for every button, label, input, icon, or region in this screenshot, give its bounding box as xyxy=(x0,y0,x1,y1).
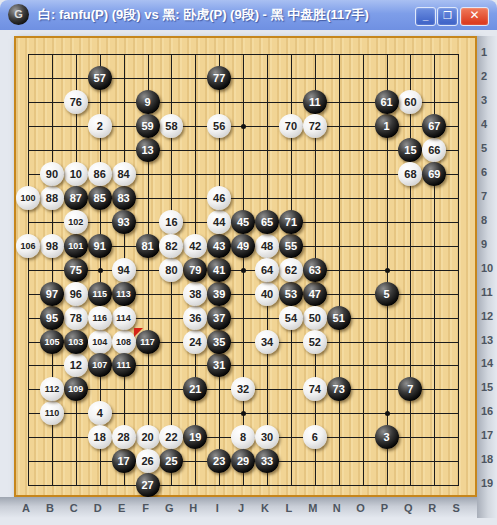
stone-move-48: 48 xyxy=(255,234,279,258)
col-label-K: K xyxy=(258,502,272,514)
stone-move-76: 76 xyxy=(64,90,88,114)
stone-move-5: 5 xyxy=(375,282,399,306)
stone-move-12: 12 xyxy=(64,353,88,377)
move-number: 76 xyxy=(70,96,82,108)
stone-move-108: 108 xyxy=(112,330,136,354)
stone-move-17: 17 xyxy=(112,449,136,473)
stone-move-49: 49 xyxy=(231,234,255,258)
move-number: 30 xyxy=(261,431,273,443)
stone-move-65: 65 xyxy=(255,210,279,234)
move-number: 49 xyxy=(237,240,249,252)
stone-move-107: 107 xyxy=(88,353,112,377)
stone-move-100: 100 xyxy=(16,186,40,210)
star-point xyxy=(241,411,246,416)
move-number: 95 xyxy=(46,312,58,324)
move-number: 28 xyxy=(117,431,129,443)
move-number: 79 xyxy=(189,264,201,276)
row-label-19: 19 xyxy=(481,477,493,489)
stone-move-11: 11 xyxy=(303,90,327,114)
move-number: 23 xyxy=(213,455,225,467)
grid-line-horizontal xyxy=(28,485,459,486)
stone-move-67: 67 xyxy=(422,114,446,138)
minimize-button[interactable]: _ xyxy=(415,7,436,26)
grid-line-vertical xyxy=(410,54,411,486)
row-label-3: 3 xyxy=(481,94,487,106)
stone-move-79: 79 xyxy=(183,258,207,282)
move-number: 11 xyxy=(309,96,321,108)
stone-move-75: 75 xyxy=(64,258,88,282)
stone-move-34: 34 xyxy=(255,330,279,354)
stone-move-40: 40 xyxy=(255,282,279,306)
move-number: 77 xyxy=(213,72,225,84)
row-label-2: 2 xyxy=(481,70,487,82)
stone-move-83: 83 xyxy=(112,186,136,210)
move-number: 32 xyxy=(237,383,249,395)
stone-move-63: 63 xyxy=(303,258,327,282)
stone-move-20: 20 xyxy=(136,425,160,449)
stone-move-4: 4 xyxy=(88,401,112,425)
move-number: 108 xyxy=(116,337,131,347)
stone-move-115: 115 xyxy=(88,282,112,306)
stone-move-51: 51 xyxy=(327,306,351,330)
move-number: 39 xyxy=(213,288,225,300)
stone-move-3: 3 xyxy=(375,425,399,449)
move-number: 12 xyxy=(70,359,82,371)
stone-move-97: 97 xyxy=(40,282,64,306)
row-label-9: 9 xyxy=(481,238,487,250)
col-label-I: I xyxy=(210,502,224,514)
move-number: 65 xyxy=(261,216,273,228)
move-number: 63 xyxy=(309,264,321,276)
star-point xyxy=(98,268,103,273)
row-label-8: 8 xyxy=(481,214,487,226)
move-number: 101 xyxy=(68,241,83,251)
stone-move-19: 19 xyxy=(183,425,207,449)
stone-move-7: 7 xyxy=(398,377,422,401)
stone-move-102: 102 xyxy=(64,210,88,234)
row-label-11: 11 xyxy=(481,286,493,298)
stone-move-38: 38 xyxy=(183,282,207,306)
stone-move-6: 6 xyxy=(303,425,327,449)
move-number: 73 xyxy=(333,383,345,395)
stone-move-90: 90 xyxy=(40,162,64,186)
col-label-A: A xyxy=(19,502,33,514)
stone-move-101: 101 xyxy=(64,234,88,258)
stone-move-77: 77 xyxy=(207,66,231,90)
stone-move-37: 37 xyxy=(207,306,231,330)
stone-move-30: 30 xyxy=(255,425,279,449)
stone-move-64: 64 xyxy=(255,258,279,282)
col-label-B: B xyxy=(43,502,57,514)
move-number: 86 xyxy=(94,168,106,180)
stone-move-114: 114 xyxy=(112,306,136,330)
stone-move-98: 98 xyxy=(40,234,64,258)
move-number: 75 xyxy=(70,264,82,276)
stone-move-39: 39 xyxy=(207,282,231,306)
move-number: 55 xyxy=(285,240,297,252)
col-label-Q: Q xyxy=(401,502,415,514)
go-board[interactable]: 1234567891011121315161718192021222324252… xyxy=(14,36,477,497)
move-number: 25 xyxy=(165,455,177,467)
stone-move-94: 94 xyxy=(112,258,136,282)
move-number: 27 xyxy=(141,479,153,491)
move-number: 83 xyxy=(117,192,129,204)
stone-move-10: 10 xyxy=(64,162,88,186)
move-number: 107 xyxy=(92,360,107,370)
stone-move-42: 42 xyxy=(183,234,207,258)
move-number: 29 xyxy=(237,455,249,467)
col-label-O: O xyxy=(354,502,368,514)
stone-move-103: 103 xyxy=(64,330,88,354)
stone-move-117: 117 xyxy=(136,330,160,354)
move-number: 78 xyxy=(70,312,82,324)
move-number: 31 xyxy=(213,359,225,371)
stone-move-104: 104 xyxy=(88,330,112,354)
col-label-P: P xyxy=(378,502,392,514)
stone-move-88: 88 xyxy=(40,186,64,210)
stone-move-13: 13 xyxy=(136,138,160,162)
stone-move-24: 24 xyxy=(183,330,207,354)
stone-move-32: 32 xyxy=(231,377,255,401)
move-number: 22 xyxy=(165,431,177,443)
row-label-14: 14 xyxy=(481,357,493,369)
col-label-R: R xyxy=(425,502,439,514)
move-number: 81 xyxy=(141,240,153,252)
move-number: 112 xyxy=(45,384,60,394)
move-number: 20 xyxy=(141,431,153,443)
move-number: 87 xyxy=(70,192,82,204)
row-label-12: 12 xyxy=(481,310,493,322)
move-number: 16 xyxy=(165,216,177,228)
move-number: 6 xyxy=(312,431,318,443)
stone-move-53: 53 xyxy=(279,282,303,306)
row-label-5: 5 xyxy=(481,142,487,154)
move-number: 100 xyxy=(20,193,35,203)
move-number: 44 xyxy=(213,216,225,228)
stone-move-16: 16 xyxy=(159,210,183,234)
move-number: 57 xyxy=(94,72,106,84)
stone-move-27: 27 xyxy=(136,473,160,497)
stone-move-47: 47 xyxy=(303,282,327,306)
row-label-17: 17 xyxy=(481,429,493,441)
move-number: 34 xyxy=(261,336,273,348)
move-number: 116 xyxy=(92,313,107,323)
move-number: 69 xyxy=(428,168,440,180)
move-number: 8 xyxy=(240,431,246,443)
stone-move-84: 84 xyxy=(112,162,136,186)
row-label-6: 6 xyxy=(481,166,487,178)
row-label-4: 4 xyxy=(481,118,487,130)
move-number: 68 xyxy=(404,168,416,180)
move-number: 2 xyxy=(97,120,103,132)
stone-move-55: 55 xyxy=(279,234,303,258)
row-label-10: 10 xyxy=(481,262,493,274)
stone-move-61: 61 xyxy=(375,90,399,114)
move-number: 24 xyxy=(189,336,201,348)
move-number: 17 xyxy=(117,455,129,467)
stone-move-85: 85 xyxy=(88,186,112,210)
stone-move-73: 73 xyxy=(327,377,351,401)
stone-move-71: 71 xyxy=(279,210,303,234)
grid-line-vertical xyxy=(363,54,364,486)
stone-move-113: 113 xyxy=(112,282,136,306)
move-number: 109 xyxy=(68,384,83,394)
move-number: 18 xyxy=(94,431,106,443)
go-viewer-window: G 白: fanfu(P) (9段) vs 黑: 卧虎(P) (9段) - 黑 … xyxy=(0,0,497,525)
move-number: 4 xyxy=(97,407,103,419)
move-number: 82 xyxy=(165,240,177,252)
move-number: 104 xyxy=(92,337,107,347)
move-number: 3 xyxy=(383,431,389,443)
col-label-L: L xyxy=(282,502,296,514)
move-number: 45 xyxy=(237,216,249,228)
star-point xyxy=(385,411,390,416)
move-number: 113 xyxy=(116,289,131,299)
move-number: 54 xyxy=(285,312,297,324)
move-number: 5 xyxy=(383,288,389,300)
stone-move-81: 81 xyxy=(136,234,160,258)
stone-move-52: 52 xyxy=(303,330,327,354)
stone-move-35: 35 xyxy=(207,330,231,354)
move-number: 117 xyxy=(140,337,155,347)
move-number: 1 xyxy=(383,120,389,132)
row-label-7: 7 xyxy=(481,190,487,202)
stone-move-43: 43 xyxy=(207,234,231,258)
move-number: 98 xyxy=(46,240,58,252)
move-number: 67 xyxy=(428,120,440,132)
move-number: 58 xyxy=(165,120,177,132)
col-label-M: M xyxy=(306,502,320,514)
stone-move-74: 74 xyxy=(303,377,327,401)
star-point xyxy=(241,268,246,273)
stone-move-69: 69 xyxy=(422,162,446,186)
move-number: 46 xyxy=(213,192,225,204)
stone-move-9: 9 xyxy=(136,90,160,114)
col-label-D: D xyxy=(91,502,105,514)
stone-move-62: 62 xyxy=(279,258,303,282)
move-number: 72 xyxy=(309,120,321,132)
stone-move-26: 26 xyxy=(136,449,160,473)
stone-move-111: 111 xyxy=(112,353,136,377)
stone-move-106: 106 xyxy=(16,234,40,258)
stone-move-105: 105 xyxy=(40,330,64,354)
stone-move-57: 57 xyxy=(88,66,112,90)
move-number: 56 xyxy=(213,120,225,132)
window-title: 白: fanfu(P) (9段) vs 黑: 卧虎(P) (9段) - 黑 中盘… xyxy=(38,0,369,30)
stone-move-58: 58 xyxy=(159,114,183,138)
move-number: 61 xyxy=(380,96,392,108)
move-number: 94 xyxy=(117,264,129,276)
move-number: 93 xyxy=(117,216,129,228)
stone-move-72: 72 xyxy=(303,114,327,138)
move-number: 111 xyxy=(117,360,131,370)
move-number: 115 xyxy=(92,289,107,299)
stone-move-2: 2 xyxy=(88,114,112,138)
move-number: 51 xyxy=(333,312,345,324)
stone-move-110: 110 xyxy=(40,401,64,425)
col-label-G: G xyxy=(162,502,176,514)
stone-move-25: 25 xyxy=(159,449,183,473)
stone-move-56: 56 xyxy=(207,114,231,138)
app-logo-icon: G xyxy=(8,4,29,25)
move-number: 103 xyxy=(68,337,83,347)
stone-move-18: 18 xyxy=(88,425,112,449)
stone-move-82: 82 xyxy=(159,234,183,258)
move-number: 52 xyxy=(309,336,321,348)
col-label-S: S xyxy=(449,502,463,514)
move-number: 74 xyxy=(309,383,321,395)
stone-move-59: 59 xyxy=(136,114,160,138)
move-number: 53 xyxy=(285,288,297,300)
move-number: 37 xyxy=(213,312,225,324)
move-number: 26 xyxy=(141,455,153,467)
move-number: 71 xyxy=(285,216,297,228)
move-number: 15 xyxy=(404,144,416,156)
move-number: 106 xyxy=(20,241,35,251)
stone-move-33: 33 xyxy=(255,449,279,473)
stone-move-15: 15 xyxy=(398,138,422,162)
last-move-marker-icon xyxy=(134,328,143,337)
move-number: 97 xyxy=(46,288,58,300)
col-label-J: J xyxy=(234,502,248,514)
move-number: 114 xyxy=(116,313,131,323)
move-number: 70 xyxy=(285,120,297,132)
stone-move-36: 36 xyxy=(183,306,207,330)
move-number: 7 xyxy=(407,383,413,395)
move-number: 80 xyxy=(165,264,177,276)
move-number: 62 xyxy=(285,264,297,276)
stone-move-1: 1 xyxy=(375,114,399,138)
stone-move-95: 95 xyxy=(40,306,64,330)
move-number: 35 xyxy=(213,336,225,348)
move-number: 110 xyxy=(45,408,60,418)
stone-move-68: 68 xyxy=(398,162,422,186)
star-point xyxy=(241,124,246,129)
stone-move-31: 31 xyxy=(207,353,231,377)
move-number: 105 xyxy=(44,337,59,347)
move-number: 66 xyxy=(428,144,440,156)
stone-move-66: 66 xyxy=(422,138,446,162)
move-number: 88 xyxy=(46,192,58,204)
stone-move-112: 112 xyxy=(40,377,64,401)
move-number: 59 xyxy=(141,120,153,132)
stone-move-116: 116 xyxy=(88,306,112,330)
grid-line-vertical xyxy=(458,54,459,486)
row-label-16: 16 xyxy=(481,405,493,417)
stone-move-87: 87 xyxy=(64,186,88,210)
col-label-N: N xyxy=(330,502,344,514)
row-label-13: 13 xyxy=(481,334,493,346)
row-label-1: 1 xyxy=(481,46,487,58)
move-number: 38 xyxy=(189,288,201,300)
move-number: 90 xyxy=(46,168,58,180)
col-label-F: F xyxy=(139,502,153,514)
row-label-18: 18 xyxy=(481,453,493,465)
stone-move-70: 70 xyxy=(279,114,303,138)
stone-move-86: 86 xyxy=(88,162,112,186)
col-label-E: E xyxy=(115,502,129,514)
stone-move-60: 60 xyxy=(398,90,422,114)
move-number: 102 xyxy=(68,217,83,227)
stone-move-29: 29 xyxy=(231,449,255,473)
move-number: 50 xyxy=(309,312,321,324)
move-number: 85 xyxy=(94,192,106,204)
stone-move-78: 78 xyxy=(64,306,88,330)
close-button[interactable]: ✕ xyxy=(460,7,489,26)
move-number: 47 xyxy=(309,288,321,300)
col-label-C: C xyxy=(67,502,81,514)
stone-move-23: 23 xyxy=(207,449,231,473)
stone-move-28: 28 xyxy=(112,425,136,449)
grid-line-vertical xyxy=(339,54,340,486)
stone-move-91: 91 xyxy=(88,234,112,258)
move-number: 19 xyxy=(189,431,201,443)
move-number: 9 xyxy=(144,96,150,108)
star-point xyxy=(385,268,390,273)
move-number: 41 xyxy=(213,264,225,276)
stone-move-22: 22 xyxy=(159,425,183,449)
col-label-H: H xyxy=(186,502,200,514)
move-number: 96 xyxy=(70,288,82,300)
stone-move-41: 41 xyxy=(207,258,231,282)
stone-move-45: 45 xyxy=(231,210,255,234)
move-number: 48 xyxy=(261,240,273,252)
row-label-15: 15 xyxy=(481,381,493,393)
move-number: 36 xyxy=(189,312,201,324)
stone-move-8: 8 xyxy=(231,425,255,449)
maximize-button[interactable]: ❐ xyxy=(437,7,458,26)
stone-move-96: 96 xyxy=(64,282,88,306)
stone-move-54: 54 xyxy=(279,306,303,330)
move-number: 60 xyxy=(404,96,416,108)
move-number: 91 xyxy=(94,240,106,252)
stone-move-50: 50 xyxy=(303,306,327,330)
row-labels-strip xyxy=(477,36,497,518)
title-bar[interactable]: G 白: fanfu(P) (9段) vs 黑: 卧虎(P) (9段) - 黑 … xyxy=(0,0,497,30)
stone-move-21: 21 xyxy=(183,377,207,401)
move-number: 21 xyxy=(189,383,201,395)
move-number: 10 xyxy=(70,168,82,180)
move-number: 64 xyxy=(261,264,273,276)
stone-move-44: 44 xyxy=(207,210,231,234)
move-number: 33 xyxy=(261,455,273,467)
move-number: 42 xyxy=(189,240,201,252)
stone-move-109: 109 xyxy=(64,377,88,401)
stone-move-80: 80 xyxy=(159,258,183,282)
stone-move-46: 46 xyxy=(207,186,231,210)
stone-move-93: 93 xyxy=(112,210,136,234)
move-number: 43 xyxy=(213,240,225,252)
move-number: 84 xyxy=(117,168,129,180)
move-number: 13 xyxy=(141,144,153,156)
move-number: 40 xyxy=(261,288,273,300)
